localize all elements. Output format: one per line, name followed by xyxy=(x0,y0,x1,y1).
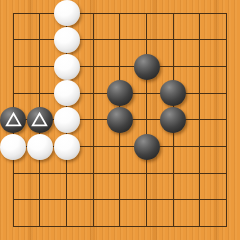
intersection[interactable] xyxy=(213,187,240,214)
intersection[interactable] xyxy=(0,0,27,27)
intersection[interactable] xyxy=(213,107,240,134)
black-stone xyxy=(107,80,133,106)
intersection[interactable] xyxy=(27,0,54,27)
intersection[interactable] xyxy=(0,53,27,80)
intersection[interactable] xyxy=(80,213,107,240)
intersection[interactable] xyxy=(133,53,160,80)
intersection[interactable] xyxy=(107,80,134,107)
triangle-mark-icon xyxy=(30,110,49,129)
intersection[interactable] xyxy=(133,0,160,27)
intersection[interactable] xyxy=(27,80,54,107)
intersection[interactable] xyxy=(160,27,187,54)
intersection[interactable] xyxy=(213,160,240,187)
intersection[interactable] xyxy=(53,133,80,160)
intersection[interactable] xyxy=(80,27,107,54)
intersection[interactable] xyxy=(107,187,134,214)
intersection[interactable] xyxy=(187,80,214,107)
intersection[interactable] xyxy=(53,0,80,27)
intersection[interactable] xyxy=(160,0,187,27)
intersection[interactable] xyxy=(213,53,240,80)
white-stone xyxy=(0,134,26,160)
intersection[interactable] xyxy=(133,160,160,187)
intersection[interactable] xyxy=(27,27,54,54)
intersection[interactable] xyxy=(213,0,240,27)
intersection[interactable] xyxy=(53,80,80,107)
white-stone xyxy=(54,0,80,26)
intersection[interactable] xyxy=(133,107,160,134)
intersection[interactable] xyxy=(187,27,214,54)
white-stone xyxy=(54,80,80,106)
intersection[interactable] xyxy=(53,53,80,80)
intersection[interactable] xyxy=(187,0,214,27)
triangle-mark-icon xyxy=(4,110,23,129)
intersection[interactable] xyxy=(133,187,160,214)
go-board xyxy=(0,0,240,240)
intersection[interactable] xyxy=(80,0,107,27)
intersection[interactable] xyxy=(133,27,160,54)
intersection[interactable] xyxy=(27,53,54,80)
intersection[interactable] xyxy=(53,160,80,187)
intersection[interactable] xyxy=(160,80,187,107)
intersection[interactable] xyxy=(187,213,214,240)
intersection[interactable] xyxy=(80,187,107,214)
black-stone xyxy=(134,134,160,160)
intersection[interactable] xyxy=(80,107,107,134)
intersection[interactable] xyxy=(80,80,107,107)
intersection[interactable] xyxy=(107,213,134,240)
white-stone xyxy=(54,27,80,53)
black-stone xyxy=(160,107,186,133)
white-stone xyxy=(27,134,53,160)
intersection[interactable] xyxy=(107,53,134,80)
intersection[interactable] xyxy=(213,213,240,240)
intersection[interactable] xyxy=(187,133,214,160)
black-stone xyxy=(160,80,186,106)
intersection[interactable] xyxy=(107,160,134,187)
intersection[interactable] xyxy=(133,80,160,107)
black-stone xyxy=(27,107,53,133)
intersection[interactable] xyxy=(0,187,27,214)
intersection[interactable] xyxy=(80,160,107,187)
intersection[interactable] xyxy=(160,133,187,160)
intersection[interactable] xyxy=(27,160,54,187)
intersection[interactable] xyxy=(107,27,134,54)
intersection[interactable] xyxy=(27,107,54,134)
intersection[interactable] xyxy=(160,160,187,187)
intersection[interactable] xyxy=(187,107,214,134)
intersection[interactable] xyxy=(53,213,80,240)
intersection[interactable] xyxy=(27,133,54,160)
black-stone xyxy=(134,54,160,80)
intersection[interactable] xyxy=(213,133,240,160)
intersection[interactable] xyxy=(53,27,80,54)
intersection[interactable] xyxy=(187,53,214,80)
white-stone xyxy=(54,54,80,80)
intersection[interactable] xyxy=(133,213,160,240)
intersection[interactable] xyxy=(160,53,187,80)
intersection[interactable] xyxy=(107,0,134,27)
intersection[interactable] xyxy=(187,160,214,187)
intersection[interactable] xyxy=(80,133,107,160)
intersection[interactable] xyxy=(213,27,240,54)
intersection[interactable] xyxy=(53,187,80,214)
intersection[interactable] xyxy=(0,107,27,134)
white-stone xyxy=(54,107,80,133)
intersection[interactable] xyxy=(160,213,187,240)
intersection[interactable] xyxy=(107,107,134,134)
intersection[interactable] xyxy=(133,133,160,160)
intersection[interactable] xyxy=(0,27,27,54)
intersection[interactable] xyxy=(53,107,80,134)
intersection[interactable] xyxy=(27,187,54,214)
intersection[interactable] xyxy=(0,80,27,107)
intersection[interactable] xyxy=(27,213,54,240)
intersection[interactable] xyxy=(160,107,187,134)
intersection[interactable] xyxy=(0,213,27,240)
intersection[interactable] xyxy=(80,53,107,80)
black-stone xyxy=(0,107,26,133)
intersection[interactable] xyxy=(213,80,240,107)
intersection[interactable] xyxy=(160,187,187,214)
intersection[interactable] xyxy=(187,187,214,214)
black-stone xyxy=(107,107,133,133)
intersection[interactable] xyxy=(107,133,134,160)
white-stone xyxy=(54,134,80,160)
intersection[interactable] xyxy=(0,133,27,160)
intersection[interactable] xyxy=(0,160,27,187)
